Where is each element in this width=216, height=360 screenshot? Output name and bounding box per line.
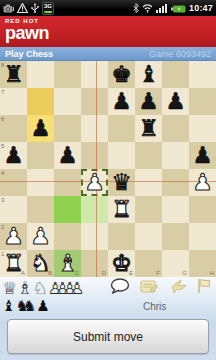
clock-time: 10:47	[189, 3, 213, 13]
square-f5[interactable]	[135, 142, 162, 169]
file-label-f: F	[156, 270, 160, 276]
square-g1[interactable]: G	[162, 250, 189, 277]
captured-white-piece: ♘	[33, 279, 48, 297]
black-pawn[interactable]: ♟	[162, 88, 189, 115]
square-f6[interactable]: ♜	[135, 115, 162, 142]
square-d8[interactable]	[81, 61, 108, 88]
section-bar: Play Chess Game 6093492	[0, 47, 216, 61]
square-a8[interactable]: 8♜	[0, 61, 27, 88]
square-c1[interactable]: C♝	[54, 250, 81, 277]
square-e5[interactable]	[108, 142, 135, 169]
rank-label-5: 5	[1, 143, 4, 149]
square-g2[interactable]	[162, 223, 189, 250]
rank-label-6: 6	[1, 116, 4, 122]
square-a2[interactable]: 2♟	[0, 223, 27, 250]
square-a4[interactable]: 4	[0, 169, 27, 196]
file-label-h: H	[210, 270, 214, 276]
square-b1[interactable]: B♞	[27, 250, 54, 277]
square-d4[interactable]: ♟	[81, 169, 108, 196]
black-rook[interactable]: ♜	[135, 115, 162, 142]
rank-label-4: 4	[1, 170, 4, 176]
square-c4[interactable]	[54, 169, 81, 196]
file-label-c: C	[75, 270, 79, 276]
camera-icon	[3, 0, 14, 17]
square-c7[interactable]	[54, 88, 81, 115]
square-a1[interactable]: 1A♜	[0, 250, 27, 277]
square-e6[interactable]	[108, 115, 135, 142]
square-g3[interactable]	[162, 196, 189, 223]
notes-icon[interactable]	[140, 279, 159, 298]
file-label-b: B	[48, 270, 52, 276]
chat-icon[interactable]	[110, 278, 130, 298]
bottom-panel: ♕♗♘♙♙♙♙ ♝♞♞♟ Chris Submit move	[0, 277, 216, 360]
square-h5[interactable]: ♟	[189, 142, 216, 169]
section-title: Play Chess	[5, 49, 53, 59]
square-d7[interactable]	[81, 88, 108, 115]
crosshair-vertical-line	[96, 61, 97, 277]
action-icons	[110, 278, 212, 298]
square-h2[interactable]	[189, 223, 216, 250]
bluetooth-icon	[133, 0, 139, 17]
square-c5[interactable]: ♟	[54, 142, 81, 169]
square-e1[interactable]: E♚	[108, 250, 135, 277]
white-pawn[interactable]: ♟	[27, 223, 54, 250]
captured-black-tray: ♝♞♞♟	[2, 298, 50, 314]
square-e3[interactable]: ♜	[108, 196, 135, 223]
square-a6[interactable]: 6	[0, 115, 27, 142]
square-g6[interactable]	[162, 115, 189, 142]
rank-label-2: 2	[1, 224, 4, 230]
square-f1[interactable]: F	[135, 250, 162, 277]
square-f2[interactable]	[135, 223, 162, 250]
game-id-label: Game 6093492	[149, 49, 211, 59]
square-b2[interactable]: ♟	[27, 223, 54, 250]
status-icons-right: 10:47	[133, 0, 213, 17]
square-f8[interactable]: ♝	[135, 61, 162, 88]
file-label-a: A	[21, 270, 25, 276]
square-b4[interactable]	[27, 169, 54, 196]
captured-white-tray: ♕♗♘♙♙♙♙	[2, 279, 85, 297]
black-pawn[interactable]: ♟	[27, 115, 54, 142]
square-c6[interactable]	[54, 115, 81, 142]
black-bishop[interactable]: ♝	[135, 61, 162, 88]
square-c8[interactable]	[54, 61, 81, 88]
square-e7[interactable]: ♟	[108, 88, 135, 115]
app-header: RED HOT pawn	[0, 16, 216, 47]
white-pawn[interactable]: ♟	[83, 171, 106, 194]
square-b3[interactable]	[27, 196, 54, 223]
file-label-e: E	[129, 270, 133, 276]
square-e8[interactable]: ♚	[108, 61, 135, 88]
file-label-d: D	[102, 270, 106, 276]
battery-icon	[171, 0, 186, 17]
square-h3[interactable]	[189, 196, 216, 223]
square-c3[interactable]	[54, 196, 81, 223]
opponent-name: Chris	[143, 301, 166, 312]
square-g7[interactable]: ♟	[162, 88, 189, 115]
captured-black-piece: ♟	[36, 298, 49, 314]
black-pawn[interactable]: ♟	[108, 88, 135, 115]
white-pawn[interactable]: ♟	[189, 169, 216, 196]
status-icons-left: 3G	[3, 0, 133, 17]
chess-board[interactable]: 8♜♚♝7♟♟♟6♟♜5♟♟♟4♟♛♟3♜2♟♟1A♜B♞C♝DE♚FGH	[0, 61, 216, 277]
black-pawn[interactable]: ♟	[135, 88, 162, 115]
square-b5[interactable]	[27, 142, 54, 169]
square-h7[interactable]	[189, 88, 216, 115]
square-h8[interactable]	[189, 61, 216, 88]
black-pawn[interactable]: ♟	[189, 142, 216, 169]
square-g5[interactable]	[162, 142, 189, 169]
crosshair-horizontal-line	[0, 181, 216, 182]
square-e2[interactable]	[108, 223, 135, 250]
captured-white-piece: ♗	[17, 279, 32, 297]
square-d2[interactable]	[81, 223, 108, 250]
square-f7[interactable]: ♟	[135, 88, 162, 115]
square-f4[interactable]	[135, 169, 162, 196]
captured-black-piece: ♞	[23, 298, 36, 314]
square-d5[interactable]	[81, 142, 108, 169]
captured-white-piece: ♙	[70, 279, 85, 297]
black-king[interactable]: ♚	[108, 61, 135, 88]
square-f3[interactable]	[135, 196, 162, 223]
square-h4[interactable]: ♟	[189, 169, 216, 196]
white-rook[interactable]: ♜	[108, 196, 135, 223]
warning-icon	[17, 0, 28, 17]
square-g4[interactable]	[162, 169, 189, 196]
signal-icon	[156, 0, 168, 17]
square-e4[interactable]: ♛	[108, 169, 135, 196]
square-a5[interactable]: 5♟	[0, 142, 27, 169]
square-a7[interactable]: 7	[0, 88, 27, 115]
resign-flag-icon[interactable]	[197, 278, 212, 298]
rank-label-8: 8	[1, 62, 4, 68]
brand-main-label: pawn	[5, 24, 216, 42]
square-h1[interactable]: H	[189, 250, 216, 277]
square-c2[interactable]	[54, 223, 81, 250]
android-status-bar: 3G 10:47	[0, 0, 216, 16]
square-b7[interactable]	[27, 88, 54, 115]
captured-white-piece: ♕	[2, 279, 17, 297]
square-d3[interactable]	[81, 196, 108, 223]
rank-label-3: 3	[1, 197, 4, 203]
rank-label-1: 1	[1, 251, 4, 257]
app-screen: 3G 10:47 RED HOT pawn Play Chess Game 60…	[0, 0, 216, 360]
file-label-g: G	[182, 270, 187, 276]
square-h6[interactable]	[189, 115, 216, 142]
draw-dove-icon[interactable]	[169, 279, 187, 298]
submit-move-button[interactable]: Submit move	[7, 319, 209, 354]
square-b8[interactable]	[27, 61, 54, 88]
square-d1[interactable]: D	[81, 250, 108, 277]
square-g8[interactable]	[162, 61, 189, 88]
square-a3[interactable]: 3	[0, 196, 27, 223]
square-b6[interactable]: ♟	[27, 115, 54, 142]
network-3g-icon: 3G	[42, 2, 54, 15]
black-pawn[interactable]: ♟	[54, 142, 81, 169]
wifi-icon	[142, 0, 153, 17]
captured-black-piece: ♝	[2, 298, 15, 314]
square-d6[interactable]	[81, 115, 108, 142]
black-queen[interactable]: ♛	[108, 169, 135, 196]
usb-icon	[31, 0, 39, 17]
rank-label-7: 7	[1, 89, 4, 95]
